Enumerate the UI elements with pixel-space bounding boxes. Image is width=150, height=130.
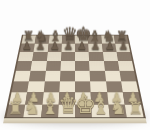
- square-d6[interactable]: [61, 52, 75, 61]
- square-h1[interactable]: ♜: [124, 104, 143, 117]
- square-c5[interactable]: [46, 61, 61, 71]
- square-b6[interactable]: [32, 52, 47, 61]
- square-b1[interactable]: ♞: [23, 104, 42, 117]
- square-h7[interactable]: ♟: [115, 43, 130, 51]
- square-f6[interactable]: [89, 52, 104, 61]
- square-g7[interactable]: ♟: [102, 43, 117, 51]
- piece-white-rook-a1[interactable]: ♜: [6, 100, 23, 117]
- square-b5[interactable]: [31, 61, 47, 71]
- piece-white-knight-g1[interactable]: ♞: [109, 98, 126, 117]
- square-e5[interactable]: [75, 61, 90, 71]
- board-near-edge: [3, 118, 147, 124]
- square-e6[interactable]: [75, 52, 89, 61]
- piece-white-rook-h1[interactable]: ♜: [126, 100, 143, 117]
- chess-set-photo: ♜♞♝♛♚♝♞♜♟♟♟♟♟♟♟♟♟♟♟♟♟♟♟♟♜♞♝♛♚♝♞♜: [0, 0, 150, 130]
- piece-white-bishop-c1[interactable]: ♝: [41, 97, 58, 117]
- piece-white-knight-b1[interactable]: ♞: [24, 98, 41, 117]
- square-e7[interactable]: ♟: [75, 43, 89, 51]
- piece-black-pawn-a7[interactable]: ♟: [20, 40, 34, 51]
- piece-black-pawn-g7[interactable]: ♟: [103, 40, 117, 51]
- square-d7[interactable]: ♟: [61, 43, 75, 51]
- piece-black-pawn-e7[interactable]: ♟: [75, 40, 89, 51]
- square-c6[interactable]: [47, 52, 62, 61]
- board-grid: ♜♞♝♛♚♝♞♜♟♟♟♟♟♟♟♟♟♟♟♟♟♟♟♟♜♞♝♛♚♝♞♜: [6, 35, 143, 117]
- square-a6[interactable]: [18, 52, 34, 61]
- square-d5[interactable]: [60, 61, 75, 71]
- piece-white-king-e1[interactable]: ♚: [75, 93, 92, 117]
- square-a4[interactable]: [14, 71, 31, 81]
- square-e1[interactable]: ♚: [75, 104, 92, 117]
- square-c1[interactable]: ♝: [41, 104, 59, 117]
- square-d4[interactable]: [60, 71, 75, 81]
- piece-black-pawn-b7[interactable]: ♟: [34, 40, 48, 51]
- piece-black-pawn-h7[interactable]: ♟: [116, 40, 130, 51]
- piece-white-queen-d1[interactable]: ♛: [58, 94, 75, 117]
- square-d1[interactable]: ♛: [58, 104, 75, 117]
- square-f1[interactable]: ♝: [91, 104, 109, 117]
- square-f4[interactable]: [90, 71, 106, 81]
- square-g5[interactable]: [103, 61, 119, 71]
- square-c7[interactable]: ♟: [47, 43, 61, 51]
- piece-black-pawn-c7[interactable]: ♟: [47, 40, 61, 51]
- square-g6[interactable]: [103, 52, 118, 61]
- chess-board: ♜♞♝♛♚♝♞♜♟♟♟♟♟♟♟♟♟♟♟♟♟♟♟♟♜♞♝♛♚♝♞♜: [4, 35, 146, 119]
- square-g1[interactable]: ♞: [108, 104, 127, 117]
- square-f5[interactable]: [89, 61, 104, 71]
- piece-black-pawn-f7[interactable]: ♟: [89, 40, 103, 51]
- square-h5[interactable]: [118, 61, 134, 71]
- piece-black-pawn-d7[interactable]: ♟: [61, 40, 75, 51]
- piece-white-bishop-f1[interactable]: ♝: [92, 97, 109, 117]
- square-c4[interactable]: [44, 71, 60, 81]
- square-a5[interactable]: [16, 61, 32, 71]
- square-f7[interactable]: ♟: [88, 43, 102, 51]
- square-h6[interactable]: [116, 52, 132, 61]
- square-g4[interactable]: [104, 71, 120, 81]
- square-b4[interactable]: [29, 71, 45, 81]
- square-b7[interactable]: ♟: [34, 43, 49, 51]
- square-h4[interactable]: [119, 71, 136, 81]
- square-e4[interactable]: [75, 71, 90, 81]
